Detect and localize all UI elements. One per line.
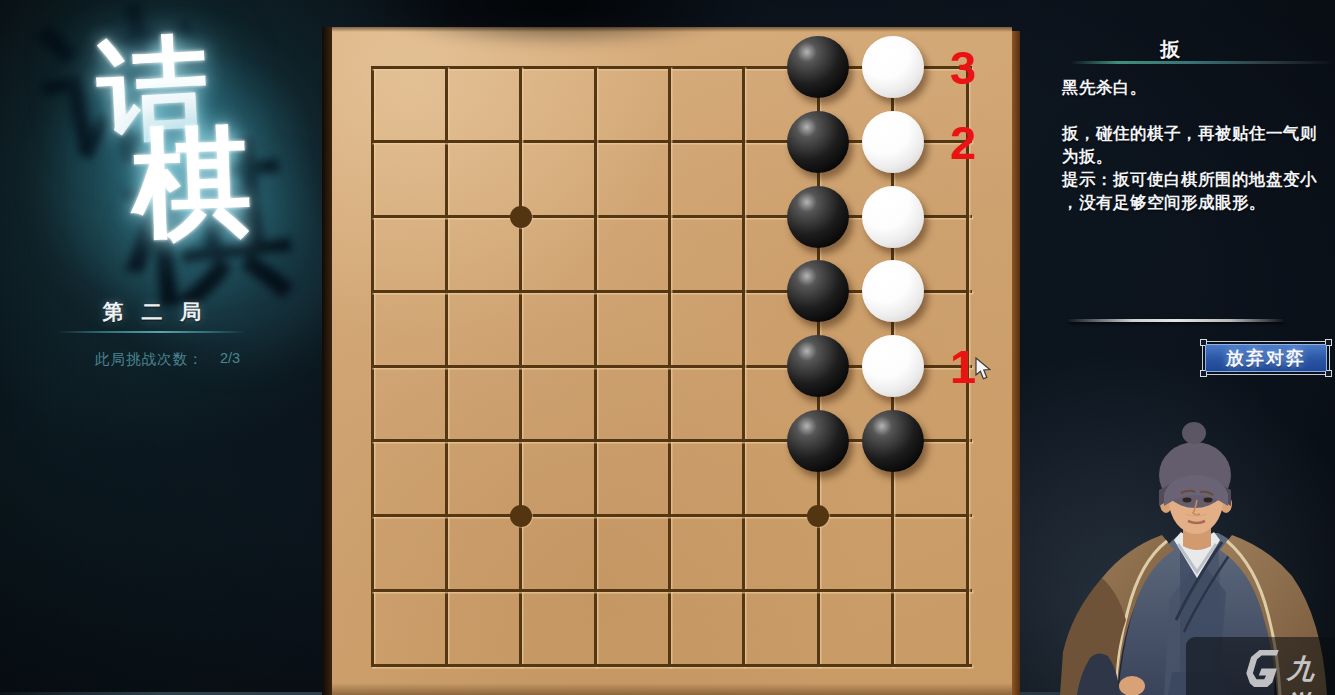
mouse-cursor bbox=[975, 357, 993, 382]
white-stone bbox=[862, 186, 924, 248]
description-line: ，没有足够空间形成眼形。 bbox=[1062, 191, 1335, 214]
star-point bbox=[807, 505, 829, 527]
round-divider bbox=[56, 331, 246, 333]
star-point bbox=[510, 505, 532, 527]
board-grid[interactable]: 123 bbox=[372, 67, 967, 665]
black-stone bbox=[787, 36, 849, 98]
board-surface[interactable]: 123 bbox=[332, 27, 1012, 695]
puzzle-name: 扳 bbox=[1062, 36, 1280, 63]
white-stone bbox=[862, 260, 924, 322]
description-line: 为扳。 bbox=[1062, 145, 1335, 168]
dark-smoke-overlay bbox=[370, 0, 750, 48]
grid-line bbox=[371, 514, 972, 517]
panel-divider bbox=[1068, 319, 1284, 322]
grid-line bbox=[371, 664, 972, 667]
white-stone bbox=[862, 335, 924, 397]
board-left-edge bbox=[322, 27, 332, 695]
resign-button-label: 放弃对弈 bbox=[1205, 344, 1327, 372]
puzzle-logo: 诘 棋 诘 棋 bbox=[40, 0, 300, 285]
resign-button[interactable]: 放弃对弈 bbox=[1202, 341, 1330, 375]
board-right-edge bbox=[1012, 31, 1020, 695]
attempts-value: 2/3 bbox=[220, 350, 240, 366]
white-stone bbox=[862, 111, 924, 173]
grid-line bbox=[371, 589, 972, 592]
black-stone bbox=[787, 186, 849, 248]
star-point bbox=[510, 206, 532, 228]
description-line: 提示：扳可使白棋所围的地盘变小 bbox=[1062, 168, 1335, 191]
description-line: 黑先杀白。 bbox=[1062, 76, 1335, 99]
logo-char-bottom: 棋 bbox=[129, 102, 254, 267]
black-stone bbox=[862, 410, 924, 472]
round-title: 第 二 局 bbox=[35, 298, 275, 326]
9game-logo-icon bbox=[1244, 650, 1282, 687]
black-stone bbox=[787, 260, 849, 322]
black-stone bbox=[787, 335, 849, 397]
white-stone bbox=[862, 36, 924, 98]
black-stone bbox=[787, 111, 849, 173]
9game-watermark: 九游 bbox=[1186, 637, 1335, 695]
game-screen: 诘 棋 诘 棋 第 二 局 此局挑战次数： 2/3 123 扳 黑先杀白。 扳，… bbox=[0, 0, 1335, 695]
grid-line bbox=[742, 66, 745, 667]
watermark-brand: 九游 bbox=[1283, 651, 1335, 695]
move-number-marker: 3 bbox=[933, 44, 993, 91]
description-line bbox=[1062, 99, 1335, 122]
black-stone bbox=[787, 410, 849, 472]
description-line: 扳，碰住的棋子，再被贴住一气则 bbox=[1062, 122, 1335, 145]
title-divider bbox=[1070, 61, 1335, 64]
attempts-label: 此局挑战次数： bbox=[95, 350, 204, 369]
go-board[interactable]: 123 bbox=[322, 27, 1020, 695]
puzzle-description: 黑先杀白。 扳，碰住的棋子，再被贴住一气则 为扳。 提示：扳可使白棋所围的地盘变… bbox=[1062, 76, 1335, 214]
move-number-marker: 2 bbox=[933, 118, 993, 165]
